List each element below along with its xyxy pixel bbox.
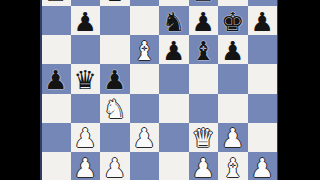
white-queen-f3: ♛ xyxy=(192,125,215,151)
black-king-g7: ♚ xyxy=(221,9,244,35)
square-h6 xyxy=(248,35,278,64)
square-f4 xyxy=(189,94,219,123)
square-c2: ♟ xyxy=(100,152,130,180)
square-a5: ♟ xyxy=(41,64,71,93)
black-knight-e7: ♞ xyxy=(162,9,185,35)
square-e7: ♞ xyxy=(159,6,189,35)
square-f6: ♝ xyxy=(189,35,219,64)
square-e3 xyxy=(159,123,189,152)
square-a4 xyxy=(41,94,71,123)
square-g4 xyxy=(218,94,248,123)
square-d6: ♝ xyxy=(130,35,160,64)
square-f2: ♟ xyxy=(189,152,219,180)
black-queen-b5: ♛ xyxy=(74,67,97,93)
square-b3: ♟ xyxy=(71,123,101,152)
white-pawn-f2: ♟ xyxy=(192,155,215,180)
square-h7: ♟ xyxy=(248,6,278,35)
square-c5: ♟ xyxy=(100,64,130,93)
black-pawn-e6: ♟ xyxy=(162,38,185,64)
white-pawn-h2: ♟ xyxy=(251,155,274,180)
square-g2: ♝ xyxy=(218,152,248,180)
black-rook-f8: ♜ xyxy=(192,0,215,5)
square-f7: ♟ xyxy=(189,6,219,35)
white-knight-c4: ♞ xyxy=(103,96,126,122)
square-f3: ♛ xyxy=(189,123,219,152)
square-e2 xyxy=(159,152,189,180)
square-d5 xyxy=(130,64,160,93)
square-h5 xyxy=(248,64,278,93)
black-pawn-g6: ♟ xyxy=(221,38,244,64)
black-pawn-a5: ♟ xyxy=(44,67,67,93)
square-c8: ♝ xyxy=(100,0,130,6)
square-b7: ♟ xyxy=(71,6,101,35)
chessboard-grid: ♜♝♜♟♞♟♚♟♝♟♝♟♟♛♟♞♟♟♛♟♟♟♟♝♟ xyxy=(41,0,277,180)
square-c4: ♞ xyxy=(100,94,130,123)
square-d3: ♟ xyxy=(130,123,160,152)
square-a6 xyxy=(41,35,71,64)
square-a3 xyxy=(41,123,71,152)
white-bishop-d6: ♝ xyxy=(133,38,156,64)
square-a8: ♜ xyxy=(41,0,71,6)
square-a7 xyxy=(41,6,71,35)
square-e6: ♟ xyxy=(159,35,189,64)
black-bishop-c8: ♝ xyxy=(103,0,126,5)
square-h4 xyxy=(248,94,278,123)
square-c7 xyxy=(100,6,130,35)
square-f8: ♜ xyxy=(189,0,219,6)
square-b4 xyxy=(71,94,101,123)
square-b2: ♟ xyxy=(71,152,101,180)
black-pawn-b7: ♟ xyxy=(74,9,97,35)
black-pawn-h7: ♟ xyxy=(251,9,274,35)
square-h2: ♟ xyxy=(248,152,278,180)
white-bishop-g2: ♝ xyxy=(221,155,244,180)
white-pawn-g3: ♟ xyxy=(221,125,244,151)
square-g7: ♚ xyxy=(218,6,248,35)
square-d4 xyxy=(130,94,160,123)
black-pawn-f7: ♟ xyxy=(192,9,215,35)
square-g3: ♟ xyxy=(218,123,248,152)
black-pawn-c5: ♟ xyxy=(103,67,126,93)
square-g6: ♟ xyxy=(218,35,248,64)
square-e5 xyxy=(159,64,189,93)
board-left-edge xyxy=(40,0,42,180)
square-c3 xyxy=(100,123,130,152)
white-pawn-d3: ♟ xyxy=(133,125,156,151)
black-bishop-f6: ♝ xyxy=(192,38,215,64)
video-frame: ♜♝♜♟♞♟♚♟♝♟♝♟♟♛♟♞♟♟♛♟♟♟♟♝♟ xyxy=(0,0,320,180)
square-b6 xyxy=(71,35,101,64)
white-pawn-b3: ♟ xyxy=(74,125,97,151)
black-rook-a8: ♜ xyxy=(44,0,67,5)
square-b5: ♛ xyxy=(71,64,101,93)
square-d2 xyxy=(130,152,160,180)
square-f5 xyxy=(189,64,219,93)
square-e4 xyxy=(159,94,189,123)
square-d7 xyxy=(130,6,160,35)
board-right-edge xyxy=(277,0,278,180)
square-g5 xyxy=(218,64,248,93)
square-a2 xyxy=(41,152,71,180)
white-pawn-b2: ♟ xyxy=(74,155,97,180)
square-c6 xyxy=(100,35,130,64)
square-h3 xyxy=(248,123,278,152)
white-pawn-c2: ♟ xyxy=(103,155,126,180)
